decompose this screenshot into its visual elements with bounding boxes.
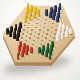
board-hole bbox=[27, 27, 29, 28]
board-hole bbox=[42, 35, 44, 36]
board-hole bbox=[44, 23, 46, 24]
board-hole bbox=[32, 44, 34, 45]
peg-white[interactable] bbox=[56, 34, 59, 40]
board-hole bbox=[23, 29, 25, 30]
board-hole bbox=[49, 21, 51, 22]
board-hole bbox=[42, 17, 44, 18]
board-hole bbox=[52, 23, 54, 24]
peg-green[interactable] bbox=[49, 53, 52, 59]
board-hole bbox=[36, 23, 38, 24]
peg-blue[interactable] bbox=[52, 14, 55, 20]
board-hole bbox=[45, 19, 47, 20]
board-hole bbox=[35, 50, 37, 51]
board-hole bbox=[35, 27, 37, 28]
board-hole bbox=[45, 42, 47, 43]
board-hole bbox=[48, 25, 50, 26]
board-hole bbox=[50, 35, 52, 36]
peg-yellow[interactable] bbox=[37, 9, 40, 15]
board-hole bbox=[26, 35, 28, 36]
board-hole bbox=[29, 37, 31, 38]
peg-green[interactable] bbox=[38, 47, 41, 53]
board-hole bbox=[25, 40, 27, 41]
board-hole bbox=[39, 29, 41, 30]
board-hole bbox=[43, 27, 45, 28]
board-hole bbox=[41, 40, 43, 41]
board-hole bbox=[33, 40, 35, 41]
board-hole bbox=[43, 31, 45, 32]
board-hole bbox=[22, 33, 24, 34]
board-hole bbox=[34, 35, 36, 36]
board-hole bbox=[30, 33, 32, 34]
board-hole bbox=[47, 29, 49, 30]
board-hole bbox=[51, 31, 53, 32]
board-hole bbox=[24, 25, 26, 26]
peg-black[interactable] bbox=[16, 34, 19, 40]
peg-black[interactable] bbox=[6, 28, 9, 34]
board-hole bbox=[41, 21, 43, 22]
board-hole bbox=[45, 37, 47, 38]
board-hole bbox=[38, 33, 40, 34]
board-hole bbox=[37, 37, 39, 38]
board-hole bbox=[46, 33, 48, 34]
board-hole bbox=[35, 31, 37, 32]
peg-blue[interactable] bbox=[56, 16, 59, 22]
peg-yellow[interactable] bbox=[29, 14, 32, 20]
board-hole bbox=[36, 46, 38, 47]
board-hole bbox=[37, 42, 39, 43]
board-hole bbox=[33, 21, 35, 22]
peg-blue[interactable] bbox=[45, 9, 48, 15]
board-hole bbox=[32, 25, 34, 26]
board-hole bbox=[31, 29, 33, 30]
board-hole bbox=[53, 37, 55, 38]
board-hole bbox=[37, 19, 39, 20]
peg-red[interactable] bbox=[25, 49, 28, 55]
peg-blue[interactable] bbox=[49, 12, 52, 18]
peg-white[interactable] bbox=[69, 28, 72, 34]
peg-black[interactable] bbox=[13, 32, 16, 38]
peg-yellow[interactable] bbox=[24, 16, 27, 22]
board-hole bbox=[29, 42, 31, 43]
board-hole bbox=[27, 31, 29, 32]
peg-red[interactable] bbox=[30, 47, 33, 53]
peg-green[interactable] bbox=[45, 51, 48, 57]
board-photo bbox=[0, 0, 80, 80]
board-hole bbox=[21, 37, 23, 38]
board-hole bbox=[51, 27, 53, 28]
board-hole bbox=[28, 23, 30, 24]
peg-black[interactable] bbox=[9, 30, 12, 36]
peg-red[interactable] bbox=[21, 51, 24, 57]
peg-yellow[interactable] bbox=[33, 12, 36, 18]
pieces-layer bbox=[0, 0, 80, 80]
peg-white[interactable] bbox=[65, 30, 68, 36]
board-hole bbox=[40, 25, 42, 26]
peg-green[interactable] bbox=[41, 49, 44, 55]
